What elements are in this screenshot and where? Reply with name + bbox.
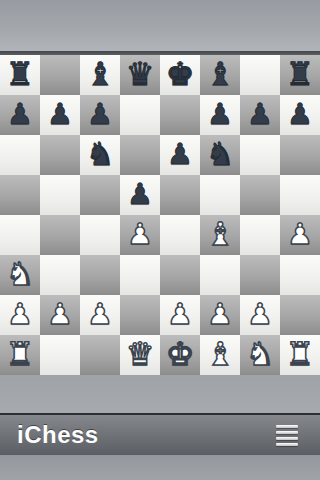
square-c8[interactable]: ♝ bbox=[80, 55, 120, 95]
white-pawn[interactable]: ♟ bbox=[47, 294, 73, 334]
square-a2[interactable]: ♟ bbox=[0, 295, 40, 335]
black-knight[interactable]: ♞ bbox=[86, 134, 115, 174]
chess-board: ♜♝♛♚♝♜♟♟♟♟♟♟♞♟♞♟♟♝♟♞♟♟♟♟♟♟♜♛♚♝♞♜ bbox=[0, 55, 320, 375]
black-pawn[interactable]: ♟ bbox=[7, 94, 33, 134]
square-a5[interactable] bbox=[0, 175, 40, 215]
square-c5[interactable] bbox=[80, 175, 120, 215]
square-c6[interactable]: ♞ bbox=[80, 135, 120, 175]
white-king[interactable]: ♚ bbox=[166, 334, 195, 374]
white-queen[interactable]: ♛ bbox=[126, 334, 155, 374]
square-a3[interactable]: ♞ bbox=[0, 255, 40, 295]
square-c3[interactable] bbox=[80, 255, 120, 295]
square-b1[interactable] bbox=[40, 335, 80, 375]
square-b6[interactable] bbox=[40, 135, 80, 175]
square-a4[interactable] bbox=[0, 215, 40, 255]
square-h1[interactable]: ♜ bbox=[280, 335, 320, 375]
square-d5[interactable]: ♟ bbox=[120, 175, 160, 215]
square-f5[interactable] bbox=[200, 175, 240, 215]
square-b5[interactable] bbox=[40, 175, 80, 215]
square-g2[interactable]: ♟ bbox=[240, 295, 280, 335]
square-e5[interactable] bbox=[160, 175, 200, 215]
square-h4[interactable]: ♟ bbox=[280, 215, 320, 255]
square-g3[interactable] bbox=[240, 255, 280, 295]
square-e7[interactable] bbox=[160, 95, 200, 135]
top-status-area bbox=[0, 0, 320, 51]
square-h7[interactable]: ♟ bbox=[280, 95, 320, 135]
square-b7[interactable]: ♟ bbox=[40, 95, 80, 135]
square-d6[interactable] bbox=[120, 135, 160, 175]
white-knight[interactable]: ♞ bbox=[246, 334, 275, 374]
square-b3[interactable] bbox=[40, 255, 80, 295]
square-b4[interactable] bbox=[40, 215, 80, 255]
bottom-toolbar: iChess bbox=[0, 413, 320, 455]
square-a8[interactable]: ♜ bbox=[0, 55, 40, 95]
square-g8[interactable] bbox=[240, 55, 280, 95]
square-f4[interactable]: ♝ bbox=[200, 215, 240, 255]
square-h2[interactable] bbox=[280, 295, 320, 335]
square-c1[interactable] bbox=[80, 335, 120, 375]
black-pawn[interactable]: ♟ bbox=[167, 134, 193, 174]
black-rook[interactable]: ♜ bbox=[286, 54, 315, 94]
black-rook[interactable]: ♜ bbox=[6, 54, 35, 94]
square-h6[interactable] bbox=[280, 135, 320, 175]
square-f7[interactable]: ♟ bbox=[200, 95, 240, 135]
white-pawn[interactable]: ♟ bbox=[7, 294, 33, 334]
square-h5[interactable] bbox=[280, 175, 320, 215]
bottom-strip bbox=[0, 455, 320, 480]
square-e3[interactable] bbox=[160, 255, 200, 295]
square-f1[interactable]: ♝ bbox=[200, 335, 240, 375]
black-knight[interactable]: ♞ bbox=[206, 134, 235, 174]
square-f8[interactable]: ♝ bbox=[200, 55, 240, 95]
white-rook[interactable]: ♜ bbox=[6, 334, 35, 374]
black-bishop[interactable]: ♝ bbox=[206, 54, 235, 94]
white-pawn[interactable]: ♟ bbox=[167, 294, 193, 334]
black-pawn[interactable]: ♟ bbox=[287, 94, 313, 134]
white-rook[interactable]: ♜ bbox=[286, 334, 315, 374]
square-c7[interactable]: ♟ bbox=[80, 95, 120, 135]
black-pawn[interactable]: ♟ bbox=[47, 94, 73, 134]
square-a6[interactable] bbox=[0, 135, 40, 175]
square-d8[interactable]: ♛ bbox=[120, 55, 160, 95]
white-pawn[interactable]: ♟ bbox=[127, 214, 153, 254]
square-a1[interactable]: ♜ bbox=[0, 335, 40, 375]
black-pawn[interactable]: ♟ bbox=[247, 94, 273, 134]
black-bishop[interactable]: ♝ bbox=[86, 54, 115, 94]
menu-button[interactable] bbox=[272, 420, 302, 450]
ichess-app-screen: ♜♝♛♚♝♜♟♟♟♟♟♟♞♟♞♟♟♝♟♞♟♟♟♟♟♟♜♛♚♝♞♜ iChess bbox=[0, 0, 320, 480]
square-g6[interactable] bbox=[240, 135, 280, 175]
square-h3[interactable] bbox=[280, 255, 320, 295]
square-d4[interactable]: ♟ bbox=[120, 215, 160, 255]
square-d2[interactable] bbox=[120, 295, 160, 335]
hamburger-menu-icon bbox=[276, 425, 298, 428]
white-bishop[interactable]: ♝ bbox=[206, 334, 235, 374]
square-h8[interactable]: ♜ bbox=[280, 55, 320, 95]
square-e8[interactable]: ♚ bbox=[160, 55, 200, 95]
white-pawn[interactable]: ♟ bbox=[287, 214, 313, 254]
square-b8[interactable] bbox=[40, 55, 80, 95]
square-c4[interactable] bbox=[80, 215, 120, 255]
square-e4[interactable] bbox=[160, 215, 200, 255]
board-bottom-gap bbox=[0, 375, 320, 413]
black-pawn[interactable]: ♟ bbox=[127, 174, 153, 214]
square-g7[interactable]: ♟ bbox=[240, 95, 280, 135]
square-d1[interactable]: ♛ bbox=[120, 335, 160, 375]
black-pawn[interactable]: ♟ bbox=[207, 94, 233, 134]
white-pawn[interactable]: ♟ bbox=[87, 294, 113, 334]
square-c2[interactable]: ♟ bbox=[80, 295, 120, 335]
square-f6[interactable]: ♞ bbox=[200, 135, 240, 175]
square-f3[interactable] bbox=[200, 255, 240, 295]
square-b2[interactable]: ♟ bbox=[40, 295, 80, 335]
square-g1[interactable]: ♞ bbox=[240, 335, 280, 375]
white-pawn[interactable]: ♟ bbox=[247, 294, 273, 334]
white-bishop[interactable]: ♝ bbox=[206, 214, 235, 254]
square-e2[interactable]: ♟ bbox=[160, 295, 200, 335]
black-queen[interactable]: ♛ bbox=[126, 54, 155, 94]
white-pawn[interactable]: ♟ bbox=[207, 294, 233, 334]
square-g5[interactable] bbox=[240, 175, 280, 215]
square-e6[interactable]: ♟ bbox=[160, 135, 200, 175]
square-e1[interactable]: ♚ bbox=[160, 335, 200, 375]
square-g4[interactable] bbox=[240, 215, 280, 255]
square-f2[interactable]: ♟ bbox=[200, 295, 240, 335]
white-knight[interactable]: ♞ bbox=[6, 254, 35, 294]
square-a7[interactable]: ♟ bbox=[0, 95, 40, 135]
app-title: iChess bbox=[17, 421, 99, 449]
square-d7[interactable] bbox=[120, 95, 160, 135]
square-d3[interactable] bbox=[120, 255, 160, 295]
black-pawn[interactable]: ♟ bbox=[87, 94, 113, 134]
black-king[interactable]: ♚ bbox=[166, 54, 195, 94]
